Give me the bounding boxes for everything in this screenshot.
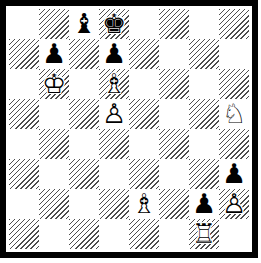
square-g5[interactable] (189, 99, 219, 129)
board-frame: ♝♚♟♟♚♔♝♗♟♙♞♘♟♝♗♟♟♙♜♖ (0, 0, 258, 258)
square-d6[interactable]: ♝♗ (99, 69, 129, 99)
square-c4[interactable] (69, 129, 99, 159)
piece-glyph-fill: ♟ (189, 189, 219, 219)
square-g7[interactable] (189, 39, 219, 69)
square-d2[interactable] (99, 189, 129, 219)
square-e2[interactable]: ♝♗ (129, 189, 159, 219)
square-b8[interactable] (39, 9, 69, 39)
piece-white-king[interactable]: ♚♔ (39, 69, 69, 99)
square-f5[interactable] (159, 99, 189, 129)
square-b2[interactable] (39, 189, 69, 219)
square-e6[interactable] (129, 69, 159, 99)
piece-glyph-fill: ♟ (39, 39, 69, 69)
square-b5[interactable] (39, 99, 69, 129)
piece-white-knight[interactable]: ♞♘ (219, 99, 249, 129)
square-e1[interactable] (129, 219, 159, 249)
square-a7[interactable] (9, 39, 39, 69)
piece-white-rook[interactable]: ♜♖ (189, 219, 219, 249)
square-e5[interactable] (129, 99, 159, 129)
piece-glyph-outline: ♙ (219, 189, 249, 219)
square-d5[interactable]: ♟♙ (99, 99, 129, 129)
square-h4[interactable] (219, 129, 249, 159)
square-b4[interactable] (39, 129, 69, 159)
piece-black-king[interactable]: ♚ (99, 9, 129, 39)
square-f2[interactable] (159, 189, 189, 219)
square-b6[interactable]: ♚♔ (39, 69, 69, 99)
piece-black-pawn[interactable]: ♟ (219, 159, 249, 189)
square-f4[interactable] (159, 129, 189, 159)
square-a4[interactable] (9, 129, 39, 159)
square-f3[interactable] (159, 159, 189, 189)
square-h8[interactable] (219, 9, 249, 39)
piece-white-bishop[interactable]: ♝♗ (99, 69, 129, 99)
square-h5[interactable]: ♞♘ (219, 99, 249, 129)
piece-black-pawn[interactable]: ♟ (189, 189, 219, 219)
square-c7[interactable] (69, 39, 99, 69)
piece-black-pawn[interactable]: ♟ (39, 39, 69, 69)
square-a6[interactable] (9, 69, 39, 99)
square-c1[interactable] (69, 219, 99, 249)
square-e3[interactable] (129, 159, 159, 189)
square-f8[interactable] (159, 9, 189, 39)
square-d1[interactable] (99, 219, 129, 249)
square-a8[interactable] (9, 9, 39, 39)
piece-glyph-outline: ♗ (99, 69, 129, 99)
square-c5[interactable] (69, 99, 99, 129)
square-f6[interactable] (159, 69, 189, 99)
square-h6[interactable] (219, 69, 249, 99)
square-b3[interactable] (39, 159, 69, 189)
piece-glyph-fill: ♚ (99, 9, 129, 39)
piece-glyph-outline: ♖ (189, 219, 219, 249)
square-d3[interactable] (99, 159, 129, 189)
square-g2[interactable]: ♟ (189, 189, 219, 219)
square-g1[interactable]: ♜♖ (189, 219, 219, 249)
square-a1[interactable] (9, 219, 39, 249)
piece-white-pawn[interactable]: ♟♙ (99, 99, 129, 129)
piece-glyph-outline: ♘ (219, 99, 249, 129)
square-h1[interactable] (219, 219, 249, 249)
square-f1[interactable] (159, 219, 189, 249)
square-f7[interactable] (159, 39, 189, 69)
square-h2[interactable]: ♟♙ (219, 189, 249, 219)
square-b7[interactable]: ♟ (39, 39, 69, 69)
piece-glyph-outline: ♔ (39, 69, 69, 99)
square-d7[interactable]: ♟ (99, 39, 129, 69)
square-d4[interactable] (99, 129, 129, 159)
square-a5[interactable] (9, 99, 39, 129)
piece-black-bishop[interactable]: ♝ (69, 9, 99, 39)
square-h7[interactable] (219, 39, 249, 69)
square-c8[interactable]: ♝ (69, 9, 99, 39)
piece-glyph-fill: ♟ (219, 159, 249, 189)
chess-board: ♝♚♟♟♚♔♝♗♟♙♞♘♟♝♗♟♟♙♜♖ (9, 9, 249, 249)
square-c6[interactable] (69, 69, 99, 99)
square-a2[interactable] (9, 189, 39, 219)
piece-white-pawn[interactable]: ♟♙ (219, 189, 249, 219)
piece-glyph-outline: ♗ (129, 189, 159, 219)
piece-glyph-fill: ♟ (99, 39, 129, 69)
piece-glyph-outline: ♙ (99, 99, 129, 129)
square-a3[interactable] (9, 159, 39, 189)
square-g3[interactable] (189, 159, 219, 189)
square-b1[interactable] (39, 219, 69, 249)
piece-white-bishop[interactable]: ♝♗ (129, 189, 159, 219)
square-e7[interactable] (129, 39, 159, 69)
square-c3[interactable] (69, 159, 99, 189)
square-d8[interactable]: ♚ (99, 9, 129, 39)
square-e4[interactable] (129, 129, 159, 159)
piece-black-pawn[interactable]: ♟ (99, 39, 129, 69)
square-e8[interactable] (129, 9, 159, 39)
square-c2[interactable] (69, 189, 99, 219)
square-g6[interactable] (189, 69, 219, 99)
square-g8[interactable] (189, 9, 219, 39)
square-h3[interactable]: ♟ (219, 159, 249, 189)
square-g4[interactable] (189, 129, 219, 159)
piece-glyph-fill: ♝ (69, 9, 99, 39)
